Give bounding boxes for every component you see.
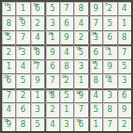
cell-r3c7[interactable]: 243 [89, 31, 102, 44]
cell-r5c8[interactable]: 9 [103, 60, 116, 73]
cell-r6c4[interactable]: 7 [45, 74, 58, 87]
cell-r9c9[interactable]: 2 [118, 118, 131, 131]
cell-r2c2[interactable]: 309 [16, 16, 29, 29]
cell-digit: 3 [50, 20, 55, 28]
cell-digit: 8 [21, 121, 26, 129]
cell-r4c3[interactable]: 308 [31, 45, 44, 58]
cell-digit: 4 [35, 34, 40, 42]
cell-digit: 4 [78, 20, 83, 28]
cell-r8c9[interactable]: 9 [118, 103, 131, 116]
cage-sum: 16 [33, 3, 37, 7]
cell-r5c3[interactable]: 197 [31, 60, 44, 73]
cell-r5c2[interactable]: 4 [16, 60, 29, 73]
cell-r9c6[interactable]: 166 [74, 118, 87, 131]
cell-r6c5[interactable]: 112 [60, 74, 73, 87]
cage-sum: 30 [18, 17, 22, 21]
cell-digit: 4 [64, 49, 69, 57]
cage-sum: 19 [33, 61, 37, 65]
cell-digit: 2 [6, 49, 11, 57]
cell-r6c1[interactable]: 236 [2, 74, 15, 87]
cell-r3c4[interactable]: 241 [45, 31, 58, 44]
cell-r8c2[interactable]: 6 [16, 103, 29, 116]
cell-digit: 2 [78, 34, 83, 42]
cell-r3c3[interactable]: 4 [31, 31, 44, 44]
cell-r1c8[interactable]: 72 [103, 2, 116, 15]
cell-r2c9[interactable]: 1 [118, 16, 131, 29]
cell-digit: 3 [122, 77, 127, 85]
cell-digit: 8 [122, 34, 127, 42]
cell-r4c7[interactable]: 6 [89, 45, 102, 58]
cell-digit: 1 [78, 77, 83, 85]
cell-r4c1[interactable]: 2 [2, 45, 15, 58]
cage-sum: 11 [105, 47, 109, 51]
cell-digit: 2 [35, 20, 40, 28]
cell-r3c1[interactable]: 185 [2, 31, 15, 44]
cell-r7c6[interactable]: 269 [74, 89, 87, 102]
cell-digit: 1 [6, 63, 11, 71]
cell-digit: 8 [64, 63, 69, 71]
cell-r8c3[interactable]: 3 [31, 103, 44, 116]
cell-digit: 5 [93, 106, 98, 114]
cell-digit: 3 [35, 106, 40, 114]
cell-digit: 7 [6, 92, 11, 100]
cell-r8c8[interactable]: 8 [103, 103, 116, 116]
cell-digit: 7 [64, 5, 69, 13]
cell-r9c7[interactable]: 1 [89, 118, 102, 131]
cell-r9c2[interactable]: 8 [16, 118, 29, 131]
cell-digit: 6 [107, 34, 112, 42]
cage-sum: 8 [18, 47, 20, 51]
cell-digit: 2 [107, 5, 112, 13]
cell-r7c3[interactable]: 1 [31, 89, 44, 102]
cell-r8c4[interactable]: 2 [45, 103, 58, 116]
cell-digit: 4 [50, 121, 55, 129]
cell-digit: 8 [6, 20, 11, 28]
cage-sum: 19 [48, 91, 52, 95]
cage-sum: 13 [4, 3, 8, 7]
cell-r1c7[interactable]: 9 [89, 2, 102, 15]
cell-digit: 7 [50, 77, 55, 85]
cell-r2c5[interactable]: 6 [60, 16, 73, 29]
cell-digit: 5 [21, 77, 26, 85]
cell-r6c7[interactable]: 8 [89, 74, 102, 87]
cell-r5c9[interactable]: 5 [118, 60, 131, 73]
cell-r1c5[interactable]: 7 [60, 2, 73, 15]
cell-r3c8[interactable]: 6 [103, 31, 116, 44]
cell-digit: 3 [78, 63, 83, 71]
cell-digit: 1 [122, 20, 127, 28]
cell-digit: 9 [107, 63, 112, 71]
cell-r2c7[interactable]: 7 [89, 16, 102, 29]
cell-r3c6[interactable]: 2 [74, 31, 87, 44]
cage-sum: 26 [76, 91, 80, 95]
cell-digit: 8 [93, 77, 98, 85]
cell-digit: 4 [21, 63, 26, 71]
cell-digit: 3 [107, 92, 112, 100]
cell-r2c6[interactable]: 4 [74, 16, 87, 29]
cell-r7c9[interactable]: 6 [118, 89, 131, 102]
cell-r5c6[interactable]: 3 [74, 60, 87, 73]
cell-r1c3[interactable]: 166 [31, 2, 44, 15]
cell-r6c6[interactable]: 1 [74, 74, 87, 87]
cell-digit: 7 [93, 20, 98, 28]
cell-r3c9[interactable]: 8 [118, 31, 131, 44]
cell-r4c8[interactable]: 111 [103, 45, 116, 58]
cell-digit: 9 [50, 49, 55, 57]
cage-sum: 16 [76, 119, 80, 123]
cell-digit: 2 [50, 106, 55, 114]
cage-sum: 23 [4, 75, 8, 79]
cell-r5c4[interactable]: 6 [45, 60, 58, 73]
cell-r1c4[interactable]: 5 [45, 2, 58, 15]
cell-r2c1[interactable]: 8 [2, 16, 15, 29]
cell-r9c5[interactable]: 3 [60, 118, 73, 131]
cell-digit: 6 [50, 63, 55, 71]
cell-digit: 4 [6, 106, 11, 114]
cell-r1c9[interactable]: 4 [118, 2, 131, 15]
cell-r9c1[interactable]: 259 [2, 118, 15, 131]
cage-sum: 25 [4, 119, 8, 123]
cell-digit: 2 [122, 121, 127, 129]
cell-r4c2[interactable]: 83 [16, 45, 29, 58]
cell-digit: 5 [35, 121, 40, 129]
cell-digit: 7 [107, 121, 112, 129]
cell-digit: 8 [107, 106, 112, 114]
cage-sum: 22 [105, 75, 109, 79]
cell-digit: 5 [107, 20, 112, 28]
cell-digit: 9 [122, 106, 127, 114]
cell-r6c3[interactable]: 9 [31, 74, 44, 87]
cell-r2c4[interactable]: 3 [45, 16, 58, 29]
cell-digit: 6 [21, 106, 26, 114]
cell-digit: 5 [122, 63, 127, 71]
cell-digit: 6 [64, 20, 69, 28]
cell-r7c2[interactable]: 2 [16, 89, 29, 102]
cell-digit: 3 [21, 49, 26, 57]
cell-r4c9[interactable]: 7 [118, 45, 131, 58]
cell-r2c3[interactable]: 2 [31, 16, 44, 29]
cell-digit: 9 [64, 34, 69, 42]
cell-r4c4[interactable]: 9 [45, 45, 58, 58]
cell-digit: 3 [64, 121, 69, 129]
cell-r7c8[interactable]: 3 [103, 89, 116, 102]
cell-r2c8[interactable]: 5 [103, 16, 116, 29]
cell-r3c5[interactable]: 9 [60, 31, 73, 44]
cell-r5c7[interactable]: 172 [89, 60, 102, 73]
cell-r9c4[interactable]: 4 [45, 118, 58, 131]
cell-r5c1[interactable]: 1 [2, 60, 15, 73]
cell-digit: 9 [35, 77, 40, 85]
sudoku-board: 1331166578972483092364751185742419224368… [0, 0, 133, 133]
cell-digit: 6 [93, 49, 98, 57]
cell-digit: 9 [93, 5, 98, 13]
cell-r6c8[interactable]: 224 [103, 74, 116, 87]
cell-digit: 4 [93, 92, 98, 100]
cell-r8c7[interactable]: 5 [89, 103, 102, 116]
cage-sum: 18 [4, 32, 8, 36]
cell-digit: 1 [21, 5, 26, 13]
cage-sum: 17 [92, 61, 96, 65]
cell-digit: 5 [64, 92, 69, 100]
cell-digit: 7 [122, 49, 127, 57]
cell-digit: 1 [35, 92, 40, 100]
cell-r7c1[interactable]: 7 [2, 89, 15, 102]
cage-sum: 7 [105, 3, 107, 7]
cell-r6c9[interactable]: 3 [118, 74, 131, 87]
cell-r8c1[interactable]: 4 [2, 103, 15, 116]
cell-digit: 1 [64, 106, 69, 114]
cell-r7c7[interactable]: 4 [89, 89, 102, 102]
cell-digit: 8 [78, 5, 83, 13]
cell-digit: 7 [21, 34, 26, 42]
cell-r1c2[interactable]: 1 [16, 2, 29, 15]
cell-r9c8[interactable]: 7 [103, 118, 116, 131]
cell-digit: 4 [122, 5, 127, 13]
cell-digit: 5 [50, 5, 55, 13]
cell-digit: 6 [122, 92, 127, 100]
cell-digit: 1 [93, 121, 98, 129]
cell-r1c1[interactable]: 133 [2, 2, 15, 15]
cage-sum: 11 [62, 75, 66, 79]
cell-r3c2[interactable]: 7 [16, 31, 29, 44]
cage-sum: 30 [33, 47, 37, 51]
cell-r6c2[interactable]: 5 [16, 74, 29, 87]
cell-digit: 2 [21, 92, 26, 100]
cell-r5c5[interactable]: 8 [60, 60, 73, 73]
cell-r4c6[interactable]: 155 [74, 45, 87, 58]
cell-r1c6[interactable]: 8 [74, 2, 87, 15]
cage-sum: 24 [92, 32, 96, 36]
cell-digit: 7 [78, 106, 83, 114]
cell-r8c6[interactable]: 7 [74, 103, 87, 116]
cell-r7c5[interactable]: 5 [60, 89, 73, 102]
cell-r7c4[interactable]: 198 [45, 89, 58, 102]
cage-sum: 15 [76, 47, 80, 51]
cage-sum: 24 [48, 32, 52, 36]
cell-r8c5[interactable]: 1 [60, 103, 73, 116]
cell-r4c5[interactable]: 4 [60, 45, 73, 58]
cell-r9c3[interactable]: 5 [31, 118, 44, 131]
